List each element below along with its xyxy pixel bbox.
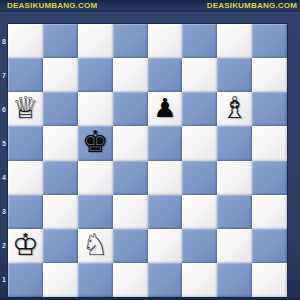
rank-label-5: 5 bbox=[0, 126, 8, 160]
square-d5[interactable] bbox=[113, 126, 148, 160]
square-e4[interactable] bbox=[148, 161, 183, 195]
square-b5[interactable] bbox=[43, 126, 78, 160]
square-a1[interactable] bbox=[8, 263, 43, 297]
rank-labels: 87654321 bbox=[0, 24, 8, 297]
square-a3[interactable] bbox=[8, 195, 43, 229]
rank-label-8: 8 bbox=[0, 24, 8, 58]
square-e2[interactable] bbox=[148, 229, 183, 263]
square-c7[interactable] bbox=[78, 58, 113, 92]
square-f6[interactable] bbox=[182, 92, 217, 126]
square-h7[interactable] bbox=[252, 58, 287, 92]
square-g8[interactable] bbox=[217, 24, 252, 58]
site-banner-right-text: DEASIKUMBANG.COM bbox=[207, 0, 297, 12]
square-b1[interactable] bbox=[43, 263, 78, 297]
square-d4[interactable] bbox=[113, 161, 148, 195]
square-c2[interactable]: ♘ bbox=[78, 229, 113, 263]
square-c3[interactable] bbox=[78, 195, 113, 229]
square-e8[interactable] bbox=[148, 24, 183, 58]
square-h3[interactable] bbox=[252, 195, 287, 229]
square-c1[interactable] bbox=[78, 263, 113, 297]
square-c6[interactable] bbox=[78, 92, 113, 126]
square-g3[interactable] bbox=[217, 195, 252, 229]
square-h1[interactable] bbox=[252, 263, 287, 297]
square-c5[interactable]: ♚ bbox=[78, 126, 113, 160]
black-pawn-piece[interactable]: ♟ bbox=[153, 95, 176, 121]
square-b3[interactable] bbox=[43, 195, 78, 229]
square-e5[interactable] bbox=[148, 126, 183, 160]
square-d2[interactable] bbox=[113, 229, 148, 263]
square-a8[interactable] bbox=[8, 24, 43, 58]
square-d6[interactable] bbox=[113, 92, 148, 126]
square-d3[interactable] bbox=[113, 195, 148, 229]
square-h6[interactable] bbox=[252, 92, 287, 126]
rank-label-1: 1 bbox=[0, 263, 8, 297]
rank-label-3: 3 bbox=[0, 195, 8, 229]
square-g1[interactable] bbox=[217, 263, 252, 297]
square-a2[interactable]: ♔ bbox=[8, 229, 43, 263]
square-e3[interactable] bbox=[148, 195, 183, 229]
square-f8[interactable] bbox=[182, 24, 217, 58]
square-d7[interactable] bbox=[113, 58, 148, 92]
square-g4[interactable] bbox=[217, 161, 252, 195]
chess-board[interactable]: ♕♟♗♚♔♘ bbox=[8, 24, 287, 297]
white-bishop-piece[interactable]: ♗ bbox=[221, 93, 248, 123]
square-g6[interactable]: ♗ bbox=[217, 92, 252, 126]
square-h4[interactable] bbox=[252, 161, 287, 195]
black-king-piece[interactable]: ♚ bbox=[82, 127, 109, 157]
square-c4[interactable] bbox=[78, 161, 113, 195]
square-b7[interactable] bbox=[43, 58, 78, 92]
square-a7[interactable] bbox=[8, 58, 43, 92]
board-frame: 87654321 ♕♟♗♚♔♘ ABCDEFGH bbox=[0, 12, 300, 300]
square-f3[interactable] bbox=[182, 195, 217, 229]
square-d8[interactable] bbox=[113, 24, 148, 58]
white-knight-piece[interactable]: ♘ bbox=[82, 230, 109, 260]
square-e1[interactable] bbox=[148, 263, 183, 297]
square-f7[interactable] bbox=[182, 58, 217, 92]
square-f5[interactable] bbox=[182, 126, 217, 160]
chess-diagram: DEASIKUMBANG.COM DEASIKUMBANG.COM 876543… bbox=[0, 0, 300, 300]
rank-label-4: 4 bbox=[0, 161, 8, 195]
square-f4[interactable] bbox=[182, 161, 217, 195]
square-h8[interactable] bbox=[252, 24, 287, 58]
square-b6[interactable] bbox=[43, 92, 78, 126]
square-h5[interactable] bbox=[252, 126, 287, 160]
square-g2[interactable] bbox=[217, 229, 252, 263]
square-a4[interactable] bbox=[8, 161, 43, 195]
rank-label-6: 6 bbox=[0, 92, 8, 126]
square-d1[interactable] bbox=[113, 263, 148, 297]
white-king-piece[interactable]: ♔ bbox=[12, 230, 39, 260]
square-g5[interactable] bbox=[217, 126, 252, 160]
square-a5[interactable] bbox=[8, 126, 43, 160]
square-b4[interactable] bbox=[43, 161, 78, 195]
square-c8[interactable] bbox=[78, 24, 113, 58]
square-b8[interactable] bbox=[43, 24, 78, 58]
rank-label-7: 7 bbox=[0, 58, 8, 92]
square-g7[interactable] bbox=[217, 58, 252, 92]
square-e7[interactable] bbox=[148, 58, 183, 92]
square-b2[interactable] bbox=[43, 229, 78, 263]
white-queen-piece[interactable]: ♕ bbox=[12, 93, 39, 123]
site-banner-left-text: DEASIKUMBANG.COM bbox=[7, 0, 97, 12]
site-banner: DEASIKUMBANG.COM DEASIKUMBANG.COM bbox=[0, 0, 300, 12]
square-f1[interactable] bbox=[182, 263, 217, 297]
square-f2[interactable] bbox=[182, 229, 217, 263]
square-h2[interactable] bbox=[252, 229, 287, 263]
rank-label-2: 2 bbox=[0, 229, 8, 263]
square-a6[interactable]: ♕ bbox=[8, 92, 43, 126]
square-e6[interactable]: ♟ bbox=[148, 92, 183, 126]
